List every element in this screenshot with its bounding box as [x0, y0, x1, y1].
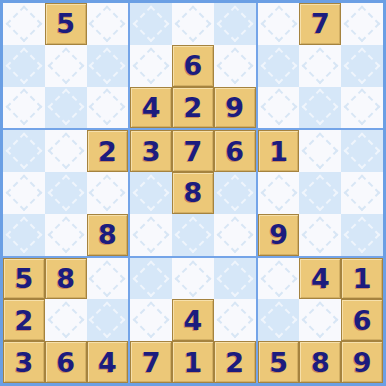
given-digit: 2: [14, 307, 33, 334]
diamond-icon: [89, 174, 126, 211]
cell-r5c1[interactable]: [3, 172, 45, 214]
diamond-icon: [5, 47, 42, 84]
given-digit: 9: [225, 94, 244, 121]
diamond-icon: [216, 302, 253, 339]
given-digit: 7: [142, 349, 161, 376]
diamond-icon: [344, 174, 381, 211]
cell-r1c4[interactable]: [130, 3, 172, 45]
cell-r4c9[interactable]: [341, 130, 383, 172]
diamond-icon: [47, 174, 84, 211]
cell-r4c5[interactable]: 7: [172, 130, 214, 172]
cell-r6c9[interactable]: [341, 214, 383, 256]
diamond-icon: [344, 216, 381, 253]
cell-r4c7[interactable]: 1: [258, 130, 300, 172]
diamond-icon: [216, 260, 253, 297]
cell-r3c2[interactable]: [45, 87, 87, 129]
cell-r9c7[interactable]: 5: [258, 341, 300, 383]
cell-r4c1[interactable]: [3, 130, 45, 172]
given-digit: 8: [311, 349, 330, 376]
given-digit: 4: [142, 94, 161, 121]
diamond-icon: [133, 47, 170, 84]
cell-r1c1[interactable]: [3, 3, 45, 45]
cell-r2c8[interactable]: [299, 45, 341, 87]
cell-r7c4[interactable]: [130, 258, 172, 300]
cell-r9c6[interactable]: 2: [214, 341, 256, 383]
cell-r9c3[interactable]: 4: [87, 341, 129, 383]
diamond-icon: [5, 174, 42, 211]
diamond-icon: [5, 89, 42, 126]
cell-r4c6[interactable]: 6: [214, 130, 256, 172]
diamond-icon: [260, 260, 297, 297]
given-digit: 8: [98, 221, 117, 248]
cell-r9c5[interactable]: 1: [172, 341, 214, 383]
given-digit: 2: [98, 138, 117, 165]
cell-r9c4[interactable]: 7: [130, 341, 172, 383]
diamond-icon: [89, 5, 126, 42]
cell-r1c2[interactable]: 5: [45, 3, 87, 45]
cell-r6c4[interactable]: [130, 214, 172, 256]
cell-r4c3[interactable]: 2: [87, 130, 129, 172]
given-digit: 2: [225, 349, 244, 376]
cell-r6c6[interactable]: [214, 214, 256, 256]
diamond-icon: [344, 47, 381, 84]
cell-r6c5[interactable]: [172, 214, 214, 256]
diamond-icon: [89, 47, 126, 84]
cell-r6c3[interactable]: 8: [87, 214, 129, 256]
diamond-icon: [133, 260, 170, 297]
cell-r3c6[interactable]: 9: [214, 87, 256, 129]
cell-r1c9[interactable]: [341, 3, 383, 45]
diamond-icon: [302, 216, 339, 253]
cell-r8c1[interactable]: 2: [3, 299, 45, 341]
given-digit: 7: [311, 10, 330, 37]
cell-r9c9[interactable]: 9: [341, 341, 383, 383]
cell-r3c1[interactable]: [3, 87, 45, 129]
cell-r2c4[interactable]: [130, 45, 172, 87]
cell-r8c9[interactable]: 6: [341, 299, 383, 341]
diamond-icon: [260, 47, 297, 84]
given-digit: 2: [184, 94, 203, 121]
cell-r2c7[interactable]: [258, 45, 300, 87]
cell-r5c9[interactable]: [341, 172, 383, 214]
diamond-icon: [216, 216, 253, 253]
box-r2c2: 3768: [130, 130, 255, 255]
cell-r5c3[interactable]: [87, 172, 129, 214]
diamond-icon: [216, 47, 253, 84]
given-digit: 4: [311, 265, 330, 292]
cell-r3c4[interactable]: 4: [130, 87, 172, 129]
cell-r2c3[interactable]: [87, 45, 129, 87]
diamond-icon: [260, 302, 297, 339]
diamond-icon: [89, 260, 126, 297]
given-digit: 7: [184, 138, 203, 165]
diamond-icon: [302, 302, 339, 339]
cell-r1c5[interactable]: [172, 3, 214, 45]
diamond-icon: [174, 260, 211, 297]
diamond-icon: [174, 216, 211, 253]
cell-r5c4[interactable]: [130, 172, 172, 214]
diamond-icon: [5, 5, 42, 42]
cell-r7c9[interactable]: 1: [341, 258, 383, 300]
cell-r4c4[interactable]: 3: [130, 130, 172, 172]
given-digit: 5: [14, 265, 33, 292]
cell-r5c6[interactable]: [214, 172, 256, 214]
cell-r2c1[interactable]: [3, 45, 45, 87]
diamond-icon: [344, 5, 381, 42]
diamond-icon: [216, 174, 253, 211]
cell-r6c8[interactable]: [299, 214, 341, 256]
cell-r9c8[interactable]: 8: [299, 341, 341, 383]
given-digit: 3: [14, 349, 33, 376]
cell-r8c4[interactable]: [130, 299, 172, 341]
cell-r5c7[interactable]: [258, 172, 300, 214]
diamond-icon: [260, 5, 297, 42]
box-r3c2: 4712: [130, 258, 255, 383]
cell-r8c5[interactable]: 4: [172, 299, 214, 341]
cell-r2c5[interactable]: 6: [172, 45, 214, 87]
diamond-icon: [133, 302, 170, 339]
box-r2c3: 19: [258, 130, 383, 255]
diamond-icon: [5, 133, 42, 170]
cell-r4c2[interactable]: [45, 130, 87, 172]
cell-r2c2[interactable]: [45, 45, 87, 87]
cell-r9c1[interactable]: 3: [3, 341, 45, 383]
diamond-icon: [302, 174, 339, 211]
given-digit: 9: [353, 349, 372, 376]
cell-r7c8[interactable]: 4: [299, 258, 341, 300]
cell-r8c6[interactable]: [214, 299, 256, 341]
box-r1c1: 5: [3, 3, 128, 128]
given-digit: 4: [184, 307, 203, 334]
diamond-icon: [89, 89, 126, 126]
cell-r1c6[interactable]: [214, 3, 256, 45]
diamond-icon: [47, 133, 84, 170]
sudoku-board: 564297283768195823644712416589: [0, 0, 386, 386]
cell-r6c1[interactable]: [3, 214, 45, 256]
cell-r5c8[interactable]: [299, 172, 341, 214]
given-digit: 1: [353, 265, 372, 292]
diamond-icon: [47, 89, 84, 126]
box-r3c3: 416589: [258, 258, 383, 383]
cell-r8c3[interactable]: [87, 299, 129, 341]
cell-r6c7[interactable]: 9: [258, 214, 300, 256]
diamond-icon: [302, 47, 339, 84]
given-digit: 6: [56, 349, 75, 376]
diamond-icon: [133, 5, 170, 42]
diamond-icon: [216, 5, 253, 42]
cell-r8c2[interactable]: [45, 299, 87, 341]
cell-r7c2[interactable]: 8: [45, 258, 87, 300]
diamond-icon: [89, 302, 126, 339]
cell-r8c8[interactable]: [299, 299, 341, 341]
given-digit: 8: [56, 265, 75, 292]
given-digit: 3: [142, 138, 161, 165]
diamond-icon: [5, 216, 42, 253]
cell-r8c7[interactable]: [258, 299, 300, 341]
cell-r5c5[interactable]: 8: [172, 172, 214, 214]
diamond-icon: [344, 133, 381, 170]
given-digit: 9: [269, 221, 288, 248]
diamond-icon: [260, 89, 297, 126]
given-digit: 8: [184, 179, 203, 206]
diamond-icon: [302, 89, 339, 126]
given-digit: 1: [269, 138, 288, 165]
box-r1c3: 7: [258, 3, 383, 128]
cell-r6c2[interactable]: [45, 214, 87, 256]
cell-r3c3[interactable]: [87, 87, 129, 129]
cell-r7c6[interactable]: [214, 258, 256, 300]
cell-r7c1[interactable]: 5: [3, 258, 45, 300]
cell-r2c6[interactable]: [214, 45, 256, 87]
given-digit: 6: [225, 138, 244, 165]
given-digit: 4: [98, 349, 117, 376]
cell-r3c7[interactable]: [258, 87, 300, 129]
cell-r1c3[interactable]: [87, 3, 129, 45]
box-r2c1: 28: [3, 130, 128, 255]
given-digit: 5: [56, 10, 75, 37]
diamond-icon: [174, 5, 211, 42]
cell-r3c5[interactable]: 2: [172, 87, 214, 129]
cell-r7c3[interactable]: [87, 258, 129, 300]
diamond-icon: [302, 133, 339, 170]
given-digit: 6: [184, 52, 203, 79]
diamond-icon: [47, 216, 84, 253]
cell-r1c7[interactable]: [258, 3, 300, 45]
diamond-icon: [344, 89, 381, 126]
diamond-icon: [47, 302, 84, 339]
diamond-icon: [133, 174, 170, 211]
box-r1c2: 6429: [130, 3, 255, 128]
diamond-icon: [47, 47, 84, 84]
given-digit: 5: [269, 349, 288, 376]
cell-r4c8[interactable]: [299, 130, 341, 172]
cell-r7c7[interactable]: [258, 258, 300, 300]
diamond-icon: [133, 216, 170, 253]
cell-r3c8[interactable]: [299, 87, 341, 129]
cell-r7c5[interactable]: [172, 258, 214, 300]
cell-r3c9[interactable]: [341, 87, 383, 129]
cell-r9c2[interactable]: 6: [45, 341, 87, 383]
diamond-icon: [260, 174, 297, 211]
cell-r5c2[interactable]: [45, 172, 87, 214]
given-digit: 6: [353, 307, 372, 334]
cell-r2c9[interactable]: [341, 45, 383, 87]
cell-r1c8[interactable]: 7: [299, 3, 341, 45]
given-digit: 1: [184, 349, 203, 376]
box-r3c1: 582364: [3, 258, 128, 383]
